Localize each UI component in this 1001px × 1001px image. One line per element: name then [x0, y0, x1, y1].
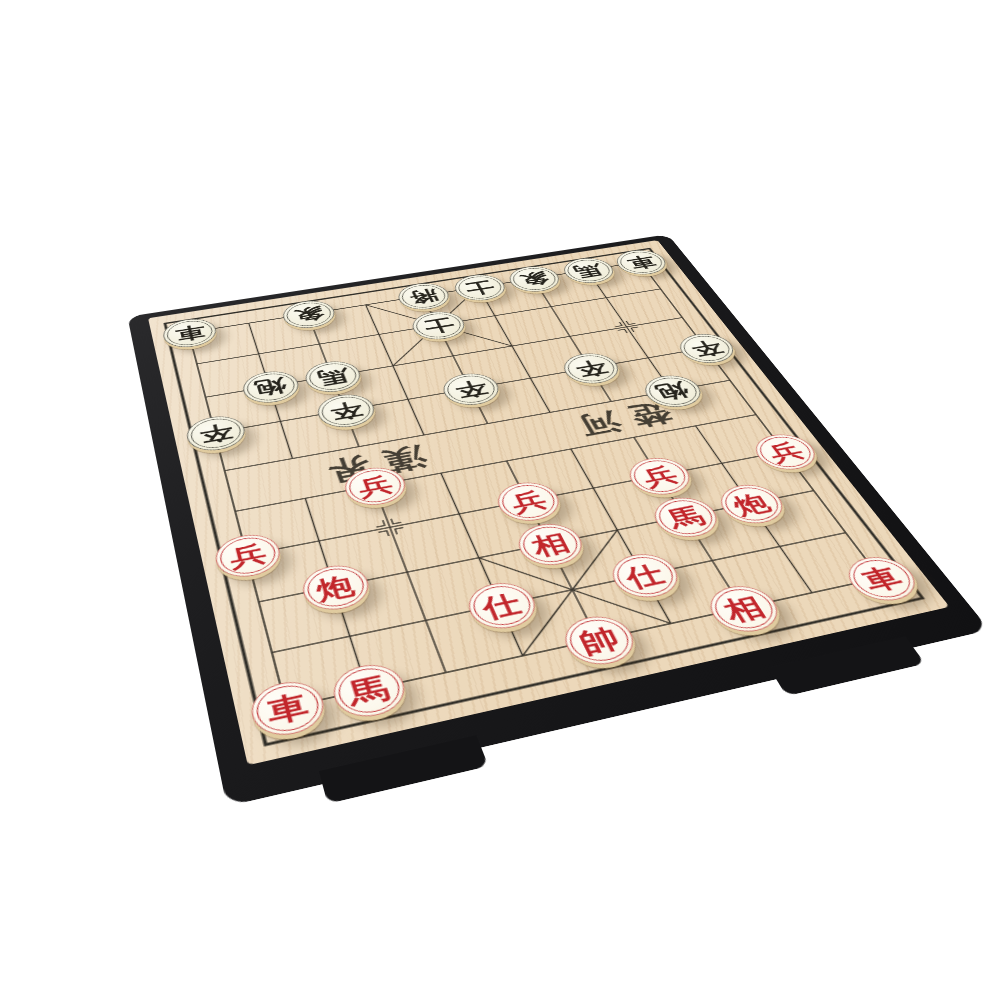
piece-glyph: 馬 [571, 262, 606, 279]
piece-red-elephant[interactable]: 相 [511, 519, 590, 570]
piece-glyph: 兵 [638, 463, 682, 489]
piece-glyph: 兵 [227, 541, 269, 571]
piece-glyph: 仕 [621, 560, 669, 591]
piece-red-advisor[interactable]: 仕 [603, 549, 687, 603]
piece-black-chariot[interactable]: 車 [160, 316, 219, 351]
piece-red-soldier[interactable]: 兵 [621, 454, 698, 499]
piece-red-horse[interactable]: 馬 [646, 493, 727, 542]
piece-black-cannon[interactable]: 炮 [239, 368, 303, 407]
piece-glyph: 兵 [763, 439, 808, 464]
piece-red-elephant[interactable]: 相 [700, 581, 788, 638]
piece-red-soldier[interactable]: 兵 [491, 478, 567, 525]
piece-black-elephant[interactable]: 象 [504, 264, 566, 295]
piece-black-soldier[interactable]: 卒 [313, 391, 380, 431]
piece-glyph: 車 [623, 254, 659, 271]
piece-black-soldier[interactable]: 卒 [183, 412, 248, 454]
piece-red-soldier[interactable]: 兵 [339, 463, 411, 509]
piece-glyph: 相 [719, 593, 769, 625]
piece-glyph: 兵 [355, 473, 396, 499]
piece-glyph: 車 [264, 690, 312, 727]
piece-black-advisor[interactable]: 士 [449, 272, 511, 304]
piece-red-chariot[interactable]: 車 [246, 676, 329, 742]
piece-glyph: 車 [173, 323, 207, 343]
piece-glyph: 相 [528, 530, 573, 559]
piece-glyph: 卒 [687, 338, 727, 358]
piece-glyph: 象 [292, 305, 326, 324]
piece-red-general[interactable]: 帥 [556, 611, 643, 670]
piece-red-advisor[interactable]: 仕 [461, 578, 543, 634]
piece-glyph: 將 [406, 287, 441, 305]
pieces-layer: 車象將士象馬車士炮馬卒卒卒卒卒炮兵兵兵兵兵炮相馬炮仕仕車馬帥相車 [148, 240, 950, 765]
piece-glyph: 卒 [197, 421, 234, 445]
piece-glyph: 士 [421, 316, 457, 336]
piece-black-advisor[interactable]: 士 [407, 308, 470, 342]
piece-red-soldier[interactable]: 兵 [747, 430, 825, 474]
piece-glyph: 馬 [663, 503, 709, 531]
piece-red-soldier[interactable]: 兵 [211, 530, 284, 582]
piece-glyph: 馬 [315, 366, 352, 388]
piece-black-cannon[interactable]: 炮 [637, 372, 709, 411]
piece-black-soldier[interactable]: 卒 [557, 350, 626, 387]
piece-glyph: 象 [517, 270, 552, 288]
piece-black-horse[interactable]: 馬 [557, 255, 619, 286]
piece-glyph: 炮 [652, 380, 693, 402]
piece-glyph: 兵 [507, 488, 550, 515]
piece-glyph: 卒 [572, 358, 611, 379]
piece-black-general[interactable]: 將 [393, 280, 454, 312]
piece-glyph: 馬 [345, 672, 393, 708]
piece-glyph: 車 [856, 563, 907, 594]
piece-black-soldier[interactable]: 卒 [437, 370, 505, 409]
piece-glyph: 卒 [452, 378, 491, 400]
piece-glyph: 炮 [252, 376, 288, 398]
piece-red-cannon[interactable]: 炮 [297, 561, 374, 616]
piece-red-horse[interactable]: 馬 [327, 659, 411, 723]
board-tilt-wrapper: 楚河 漢界 車象將士象馬車士炮馬卒卒卒卒卒炮兵兵兵兵兵炮相馬炮仕仕車馬帥相車 [127, 234, 989, 806]
piece-black-horse[interactable]: 馬 [301, 358, 365, 396]
xiangqi-board: 楚河 漢界 車象將士象馬車士炮馬卒卒卒卒卒炮兵兵兵兵兵炮相馬炮仕仕車馬帥相車 [148, 240, 950, 765]
piece-glyph: 士 [462, 279, 497, 297]
piece-black-soldier[interactable]: 卒 [672, 331, 742, 367]
piece-black-elephant[interactable]: 象 [279, 298, 339, 332]
piece-glyph: 帥 [575, 623, 624, 657]
piece-black-chariot[interactable]: 車 [610, 247, 673, 277]
piece-glyph: 卒 [327, 399, 365, 422]
product-photo-stage: 楚河 漢界 車象將士象馬車士炮馬卒卒卒卒卒炮兵兵兵兵兵炮相馬炮仕仕車馬帥相車 [0, 0, 1001, 1001]
